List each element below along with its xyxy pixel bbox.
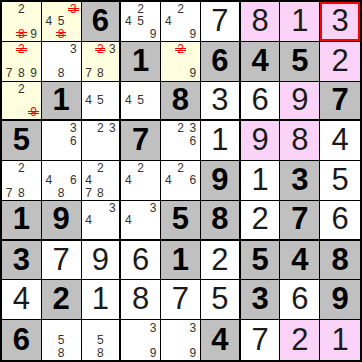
- cell-r3c7[interactable]: 6: [241, 82, 281, 122]
- cell-r9c4[interactable]: 39: [121, 320, 161, 360]
- candidate-3: 3: [187, 321, 199, 334]
- candidate-marks: 39: [162, 321, 199, 359]
- eliminated-candidate-2: 2: [15, 43, 27, 55]
- candidate-marks: 4538: [43, 3, 80, 40]
- given-digit: 7: [331, 84, 348, 115]
- candidate-4: 4: [122, 94, 134, 106]
- given-digit: 9: [53, 203, 70, 234]
- solved-digit: 5: [331, 164, 348, 195]
- cell-r2c8[interactable]: 5: [280, 42, 320, 82]
- given-digit: 1: [53, 84, 70, 115]
- cell-r9c2[interactable]: 58: [42, 320, 82, 360]
- given-digit: 1: [13, 203, 30, 234]
- given-digit: 9: [331, 283, 348, 314]
- candidate-8: 8: [15, 67, 27, 79]
- candidate-marks: 92: [162, 43, 199, 80]
- cell-r8c8[interactable]: 6: [280, 280, 320, 320]
- given-digit: 4: [291, 244, 308, 275]
- candidate-marks: 298: [3, 3, 40, 40]
- given-digit: 5: [172, 203, 189, 234]
- cell-r4c4[interactable]: 7: [121, 121, 161, 161]
- cell-r5c9[interactable]: 5: [320, 161, 360, 201]
- cell-r7c8[interactable]: 4: [280, 241, 320, 281]
- candidate-9: 9: [187, 346, 199, 359]
- candidate-2: 2: [94, 162, 106, 174]
- cell-r6c2[interactable]: 9: [42, 201, 82, 241]
- given-digit: 5: [13, 124, 30, 155]
- cell-r5c2[interactable]: 468: [42, 161, 82, 201]
- solved-digit: 2: [211, 244, 228, 275]
- cell-r6c1[interactable]: 1: [2, 201, 42, 241]
- candidate-marks: 249: [162, 3, 199, 40]
- given-digit: 5: [291, 45, 308, 76]
- cell-r4c5[interactable]: 236: [161, 121, 201, 161]
- given-digit: 7: [291, 203, 308, 234]
- given-digit: 8: [172, 84, 189, 115]
- candidate-2: 2: [174, 3, 186, 15]
- solved-digit: 7: [251, 324, 268, 355]
- candidate-5: 5: [135, 15, 147, 27]
- candidate-4: 4: [83, 94, 95, 106]
- eliminated-candidate-9: 9: [28, 106, 40, 118]
- cell-r5c1[interactable]: 278: [2, 161, 42, 201]
- cell-r3c6[interactable]: 3: [201, 82, 241, 122]
- candidate-7: 7: [83, 67, 95, 79]
- cell-r7c3[interactable]: 9: [82, 241, 122, 281]
- solved-digit: 8: [251, 5, 268, 36]
- given-digit: 2: [53, 283, 70, 314]
- given-digit: 5: [251, 244, 268, 275]
- eliminated-candidate-2: 2: [174, 43, 186, 55]
- solved-digit: 6: [291, 283, 308, 314]
- candidate-9: 9: [147, 346, 159, 359]
- solved-digit: 9: [291, 84, 308, 115]
- candidate-9: 9: [147, 28, 159, 40]
- given-digit: 3: [251, 283, 268, 314]
- cell-r5c6[interactable]: 9: [201, 161, 241, 201]
- solved-digit: 7: [211, 5, 228, 36]
- given-digit: 8: [331, 244, 348, 275]
- given-digit: 6: [211, 45, 228, 76]
- cell-r9c3[interactable]: 58: [82, 320, 122, 360]
- cell-r2c6[interactable]: 6: [201, 42, 241, 82]
- candidate-2: 2: [174, 162, 186, 174]
- cell-r8c7[interactable]: 3: [241, 280, 281, 320]
- cell-r7c6[interactable]: 2: [201, 241, 241, 281]
- candidate-marks: 58: [43, 321, 80, 359]
- candidate-marks: 45: [122, 83, 159, 119]
- cell-r4c9[interactable]: 4: [320, 121, 360, 161]
- cell-r5c7[interactable]: 1: [241, 161, 281, 201]
- cell-r4c3[interactable]: 23: [82, 121, 122, 161]
- candidate-marks: 468: [43, 162, 80, 199]
- candidate-6: 6: [67, 135, 79, 147]
- cell-r7c4[interactable]: 6: [121, 241, 161, 281]
- given-digit: 6: [92, 5, 109, 36]
- candidate-4: 4: [83, 214, 95, 226]
- candidate-3: 3: [187, 122, 199, 134]
- solved-digit: 4: [331, 124, 348, 155]
- candidate-3: 3: [67, 122, 79, 134]
- candidate-marks: 236: [162, 122, 199, 159]
- candidate-5: 5: [94, 334, 106, 347]
- candidate-8: 8: [55, 67, 67, 79]
- solved-digit: 2: [331, 45, 348, 76]
- candidate-4: 4: [122, 15, 134, 27]
- cell-r8c9[interactable]: 9: [320, 280, 360, 320]
- cell-r2c1[interactable]: 7892: [2, 42, 42, 82]
- cell-r4c2[interactable]: 36: [42, 121, 82, 161]
- candidate-marks: 23: [83, 122, 119, 159]
- candidate-3: 3: [147, 202, 159, 214]
- solved-digit: 6: [132, 244, 149, 275]
- eliminated-candidate-8: 8: [15, 28, 27, 40]
- cell-r5c3[interactable]: 2478: [82, 161, 122, 201]
- candidate-8: 8: [55, 187, 67, 199]
- candidate-4: 4: [43, 15, 55, 27]
- cell-r5c4[interactable]: 24: [121, 161, 161, 201]
- solved-digit: 9: [92, 244, 109, 275]
- candidate-5: 5: [94, 94, 106, 106]
- solved-digit: 8: [132, 283, 149, 314]
- candidate-7: 7: [3, 67, 15, 79]
- cell-r2c9[interactable]: 2: [320, 42, 360, 82]
- given-digit: 1: [172, 244, 189, 275]
- candidate-5: 5: [135, 94, 147, 106]
- candidate-marks: 58: [83, 321, 119, 359]
- candidate-marks: 38: [43, 43, 80, 80]
- candidate-4: 4: [122, 214, 134, 226]
- solved-digit: 5: [211, 283, 228, 314]
- candidate-marks: 24: [122, 162, 159, 199]
- candidate-3: 3: [106, 202, 118, 214]
- cell-r2c7[interactable]: 4: [241, 42, 281, 82]
- cell-r6c6[interactable]: 8: [201, 201, 241, 241]
- given-digit: 8: [211, 203, 228, 234]
- candidate-9: 9: [187, 28, 199, 40]
- candidate-2: 2: [174, 122, 186, 134]
- candidate-9: 9: [28, 67, 40, 79]
- eliminated-candidate-2: 2: [94, 43, 106, 55]
- cell-r6c4[interactable]: 34: [121, 201, 161, 241]
- given-digit: 1: [132, 45, 149, 76]
- given-digit: 3: [291, 164, 308, 195]
- candidate-marks: 2459: [122, 3, 159, 40]
- candidate-marks: 7892: [3, 43, 40, 80]
- given-digit: 6: [13, 324, 30, 355]
- solved-digit: 2: [251, 203, 268, 234]
- eliminated-candidate-8: 8: [55, 28, 67, 40]
- candidate-8: 8: [55, 346, 67, 359]
- sudoku-board: 2984538624592497813789238378219264522914…: [0, 0, 362, 362]
- cell-r3c9[interactable]: 7: [320, 82, 360, 122]
- cell-r6c5[interactable]: 5: [161, 201, 201, 241]
- cell-r6c3[interactable]: 34: [82, 201, 122, 241]
- given-digit: 7: [132, 124, 149, 155]
- cell-r8c1[interactable]: 4: [2, 280, 42, 320]
- candidate-7: 7: [83, 187, 95, 199]
- solved-digit: 4: [13, 283, 30, 314]
- candidate-4: 4: [43, 174, 55, 186]
- cell-r4c8[interactable]: 8: [280, 121, 320, 161]
- candidate-5: 5: [55, 334, 67, 347]
- candidate-6: 6: [187, 174, 199, 186]
- candidate-4: 4: [122, 174, 134, 186]
- cell-r7c2[interactable]: 7: [42, 241, 82, 281]
- cell-r2c3[interactable]: 3782: [82, 42, 122, 82]
- solved-digit: 1: [211, 124, 228, 155]
- candidate-3: 3: [67, 43, 79, 55]
- candidate-3: 3: [106, 43, 118, 55]
- cell-r9c1[interactable]: 6: [2, 320, 42, 360]
- candidate-marks: 3782: [83, 43, 119, 80]
- candidate-marks: 29: [3, 83, 40, 119]
- candidate-8: 8: [94, 346, 106, 359]
- solved-digit: 3: [211, 84, 228, 115]
- cell-r1c5[interactable]: 249: [161, 2, 201, 42]
- cell-r7c9[interactable]: 8: [320, 241, 360, 281]
- candidate-8: 8: [15, 187, 27, 199]
- cell-r3c8[interactable]: 9: [280, 82, 320, 122]
- cell-r3c5[interactable]: 8: [161, 82, 201, 122]
- candidate-2: 2: [15, 3, 27, 15]
- solved-digit: 8: [291, 124, 308, 155]
- cell-r5c8[interactable]: 3: [280, 161, 320, 201]
- candidate-8: 8: [94, 187, 106, 199]
- candidate-6: 6: [187, 135, 199, 147]
- cell-r1c7[interactable]: 8: [241, 2, 281, 42]
- cell-r7c1[interactable]: 3: [2, 241, 42, 281]
- cell-r3c4[interactable]: 45: [121, 82, 161, 122]
- given-digit: 4: [211, 324, 228, 355]
- cell-r3c3[interactable]: 45: [82, 82, 122, 122]
- cell-r1c6[interactable]: 7: [201, 2, 241, 42]
- solved-digit: 7: [172, 283, 189, 314]
- cell-r9c7[interactable]: 7: [241, 320, 281, 360]
- cell-r1c1[interactable]: 298: [2, 2, 42, 42]
- given-digit: 4: [251, 45, 268, 76]
- cell-r2c5[interactable]: 92: [161, 42, 201, 82]
- cell-r3c1[interactable]: 29: [2, 82, 42, 122]
- cell-r4c7[interactable]: 9: [241, 121, 281, 161]
- solved-digit: 2: [291, 324, 308, 355]
- cell-r1c9[interactable]: 3: [320, 2, 360, 42]
- cell-r7c5[interactable]: 1: [161, 241, 201, 281]
- cell-r6c7[interactable]: 2: [241, 201, 281, 241]
- given-digit: 9: [211, 164, 228, 195]
- candidate-2: 2: [15, 83, 27, 95]
- candidate-marks: 278: [3, 162, 40, 199]
- solved-digit: 1: [331, 324, 348, 355]
- solved-digit: 6: [251, 84, 268, 115]
- solved-digit: 7: [53, 244, 70, 275]
- candidate-2: 2: [135, 162, 147, 174]
- solved-digit: 1: [251, 164, 268, 195]
- candidate-4: 4: [83, 174, 95, 186]
- cell-r8c6[interactable]: 5: [201, 280, 241, 320]
- cell-r1c3[interactable]: 6: [82, 2, 122, 42]
- candidate-7: 7: [3, 187, 15, 199]
- solved-digit: 3: [331, 5, 348, 36]
- cell-r3c2[interactable]: 1: [42, 82, 82, 122]
- eliminated-candidate-3: 3: [67, 3, 79, 15]
- candidate-2: 2: [15, 162, 27, 174]
- cell-r9c6[interactable]: 4: [201, 320, 241, 360]
- cell-r8c5[interactable]: 7: [161, 280, 201, 320]
- candidate-9: 9: [187, 67, 199, 79]
- candidate-marks: 45: [83, 83, 119, 119]
- cell-r4c6[interactable]: 1: [201, 121, 241, 161]
- cell-r1c8[interactable]: 1: [280, 2, 320, 42]
- candidate-marks: 36: [43, 122, 80, 159]
- cell-r1c2[interactable]: 4538: [42, 2, 82, 42]
- candidate-marks: 39: [122, 321, 159, 359]
- solved-digit: 1: [92, 283, 109, 314]
- cell-r7c7[interactable]: 5: [241, 241, 281, 281]
- candidate-3: 3: [106, 122, 118, 134]
- cell-r5c5[interactable]: 246: [161, 161, 201, 201]
- given-digit: 3: [13, 244, 30, 275]
- cell-r2c4[interactable]: 1: [121, 42, 161, 82]
- cell-r4c1[interactable]: 5: [2, 121, 42, 161]
- candidate-3: 3: [147, 321, 159, 334]
- candidate-8: 8: [94, 67, 106, 79]
- candidate-6: 6: [67, 174, 79, 186]
- candidate-marks: 246: [162, 162, 199, 199]
- candidate-marks: 34: [122, 202, 159, 238]
- cell-r6c9[interactable]: 6: [320, 201, 360, 241]
- candidate-5: 5: [55, 15, 67, 27]
- candidate-9: 9: [28, 28, 40, 40]
- solved-digit: 6: [331, 203, 348, 234]
- candidate-marks: 2478: [83, 162, 119, 199]
- solved-digit: 1: [291, 5, 308, 36]
- candidate-marks: 34: [83, 202, 119, 238]
- candidate-4: 4: [162, 15, 174, 27]
- candidate-4: 4: [162, 174, 174, 186]
- cell-r2c2[interactable]: 38: [42, 42, 82, 82]
- cell-r6c8[interactable]: 7: [280, 201, 320, 241]
- cell-r9c5[interactable]: 39: [161, 320, 201, 360]
- candidate-2: 2: [94, 122, 106, 134]
- cell-r8c4[interactable]: 8: [121, 280, 161, 320]
- solved-digit: 9: [251, 124, 268, 155]
- cell-r8c3[interactable]: 1: [82, 280, 122, 320]
- cell-r9c9[interactable]: 1: [320, 320, 360, 360]
- cell-r9c8[interactable]: 2: [280, 320, 320, 360]
- cell-r1c4[interactable]: 2459: [121, 2, 161, 42]
- cell-r8c2[interactable]: 2: [42, 280, 82, 320]
